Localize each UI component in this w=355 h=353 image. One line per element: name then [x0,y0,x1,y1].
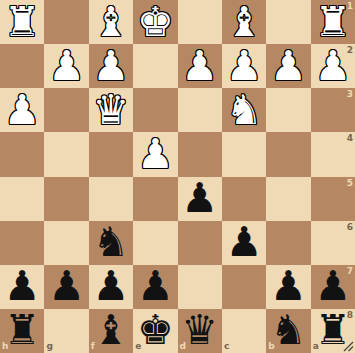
white-knight[interactable]: ♞ [226,90,263,131]
white-pawn[interactable]: ♟ [4,90,41,131]
square-h5[interactable] [0,177,44,221]
square-c7[interactable] [222,265,266,309]
rank-label-4: 4 [347,134,353,143]
black-pawn[interactable]: ♟ [226,222,263,263]
square-g2[interactable]: ♟ [44,44,88,88]
file-label-c: c [224,342,229,351]
square-b5[interactable] [266,177,310,221]
chess-board: ♜♝♚♝♜1♟♟♟♟♟♟2♟♛♞3♟4♟5♞♟6♟♟♟♟♟♟7♜hg♝f♚e♛d… [0,0,355,353]
square-d1[interactable] [178,0,222,44]
rank-label-3: 3 [347,90,353,99]
square-f3[interactable]: ♛ [89,88,133,132]
square-c4[interactable] [222,132,266,176]
white-pawn[interactable]: ♟ [270,46,307,87]
square-e1[interactable]: ♚ [133,0,177,44]
square-a4[interactable]: 4 [311,132,355,176]
square-g5[interactable] [44,177,88,221]
rank-label-6: 6 [347,223,353,232]
square-a2[interactable]: ♟2 [311,44,355,88]
square-e5[interactable] [133,177,177,221]
square-d6[interactable] [178,221,222,265]
rank-label-5: 5 [347,179,353,188]
square-c8[interactable]: c [222,309,266,353]
square-e7[interactable]: ♟ [133,265,177,309]
square-f4[interactable] [89,132,133,176]
square-h2[interactable] [0,44,44,88]
square-a1[interactable]: ♜1 [311,0,355,44]
square-b3[interactable] [266,88,310,132]
square-f5[interactable] [89,177,133,221]
black-knight[interactable]: ♞ [93,222,130,263]
square-e3[interactable] [133,88,177,132]
square-d5[interactable]: ♟ [178,177,222,221]
square-d3[interactable] [178,88,222,132]
black-knight[interactable]: ♞ [270,310,307,351]
black-bishop[interactable]: ♝ [93,310,130,351]
square-h6[interactable] [0,221,44,265]
square-h7[interactable]: ♟ [0,265,44,309]
square-e2[interactable] [133,44,177,88]
black-queen[interactable]: ♛ [181,310,218,351]
white-pawn[interactable]: ♟ [226,46,263,87]
square-b6[interactable] [266,221,310,265]
black-king[interactable]: ♚ [137,310,174,351]
white-bishop[interactable]: ♝ [226,2,263,43]
square-g3[interactable] [44,88,88,132]
square-b4[interactable] [266,132,310,176]
white-rook[interactable]: ♜ [314,2,351,43]
white-pawn[interactable]: ♟ [93,46,130,87]
square-b8[interactable]: ♞b [266,309,310,353]
square-f7[interactable]: ♟ [89,265,133,309]
square-g6[interactable] [44,221,88,265]
square-c2[interactable]: ♟ [222,44,266,88]
square-f1[interactable]: ♝ [89,0,133,44]
square-a5[interactable]: 5 [311,177,355,221]
black-pawn[interactable]: ♟ [181,178,218,219]
white-pawn[interactable]: ♟ [181,46,218,87]
square-c1[interactable]: ♝ [222,0,266,44]
white-pawn[interactable]: ♟ [137,134,174,175]
square-g7[interactable]: ♟ [44,265,88,309]
file-label-g: g [46,342,52,351]
square-h3[interactable]: ♟ [0,88,44,132]
black-pawn[interactable]: ♟ [270,266,307,307]
square-f8[interactable]: ♝f [89,309,133,353]
square-e4[interactable]: ♟ [133,132,177,176]
square-d8[interactable]: ♛d [178,309,222,353]
white-queen[interactable]: ♛ [93,90,130,131]
square-a7[interactable]: ♟7 [311,265,355,309]
white-rook[interactable]: ♜ [4,2,41,43]
white-pawn[interactable]: ♟ [48,46,85,87]
square-a3[interactable]: 3 [311,88,355,132]
black-pawn[interactable]: ♟ [314,266,351,307]
square-e6[interactable] [133,221,177,265]
resize-handle-icon[interactable] [343,341,354,352]
square-h1[interactable]: ♜ [0,0,44,44]
square-b2[interactable]: ♟ [266,44,310,88]
square-f6[interactable]: ♞ [89,221,133,265]
black-pawn[interactable]: ♟ [137,266,174,307]
square-b7[interactable]: ♟ [266,265,310,309]
square-b1[interactable] [266,0,310,44]
square-c3[interactable]: ♞ [222,88,266,132]
square-h8[interactable]: ♜h [0,309,44,353]
square-e8[interactable]: ♚e [133,309,177,353]
black-rook[interactable]: ♜ [4,310,41,351]
square-c6[interactable]: ♟ [222,221,266,265]
square-g8[interactable]: g [44,309,88,353]
square-g4[interactable] [44,132,88,176]
square-a6[interactable]: 6 [311,221,355,265]
square-d7[interactable] [178,265,222,309]
black-pawn[interactable]: ♟ [4,266,41,307]
square-f2[interactable]: ♟ [89,44,133,88]
square-d2[interactable]: ♟ [178,44,222,88]
white-bishop[interactable]: ♝ [93,2,130,43]
square-g1[interactable] [44,0,88,44]
black-pawn[interactable]: ♟ [93,266,130,307]
black-pawn[interactable]: ♟ [48,266,85,307]
square-d4[interactable] [178,132,222,176]
square-c5[interactable] [222,177,266,221]
square-h4[interactable] [0,132,44,176]
white-king[interactable]: ♚ [137,2,174,43]
white-pawn[interactable]: ♟ [314,46,351,87]
